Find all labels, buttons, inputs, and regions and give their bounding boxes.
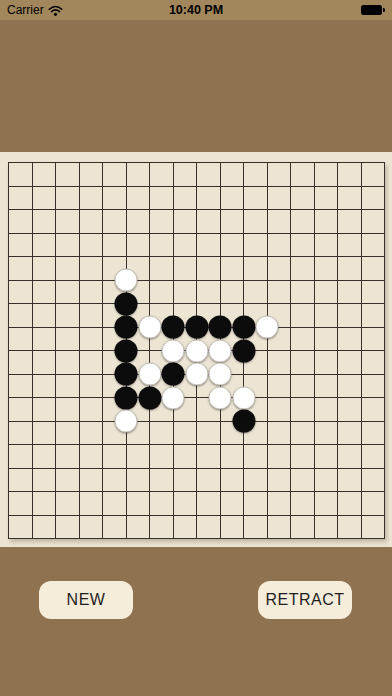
white-stone <box>256 316 279 339</box>
board-grid[interactable] <box>8 162 385 539</box>
black-stone <box>115 339 138 362</box>
battery-icon <box>361 5 382 15</box>
retract-button[interactable]: RETRACT <box>258 581 352 619</box>
white-stone <box>162 386 185 409</box>
black-stone <box>185 316 208 339</box>
white-stone <box>138 363 161 386</box>
white-stone <box>115 410 138 433</box>
black-stone <box>115 363 138 386</box>
black-stone <box>115 386 138 409</box>
black-stone <box>232 339 255 362</box>
status-bar: Carrier 10:40 PM <box>0 0 392 20</box>
white-stone <box>138 316 161 339</box>
black-stone <box>162 363 185 386</box>
wifi-icon <box>48 5 63 16</box>
black-stone <box>232 316 255 339</box>
black-stone <box>115 292 138 315</box>
white-stone <box>209 386 232 409</box>
new-button[interactable]: NEW <box>39 581 133 619</box>
white-stone <box>209 363 232 386</box>
white-stone <box>232 386 255 409</box>
black-stone <box>115 316 138 339</box>
white-stone <box>115 269 138 292</box>
white-stone <box>185 339 208 362</box>
black-stone <box>138 386 161 409</box>
black-stone <box>209 316 232 339</box>
app-screen: Carrier 10:40 PM NEW RETRACT <box>0 0 392 696</box>
white-stone <box>162 339 185 362</box>
white-stone <box>209 339 232 362</box>
white-stone <box>185 363 208 386</box>
board <box>0 152 392 547</box>
carrier-label: Carrier <box>7 3 44 17</box>
black-stone <box>232 410 255 433</box>
carrier-group: Carrier <box>7 3 63 17</box>
black-stone <box>162 316 185 339</box>
